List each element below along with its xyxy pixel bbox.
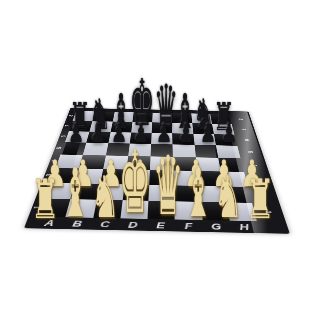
white-queen-e1: ♛: [153, 144, 183, 226]
white-bishop-f1: ♝: [184, 159, 213, 226]
pieces-layer: ♜♞♝♚♛♝♞♜♟♟♟♟♟♟♟♟♟♟♟♟♟♟♟♟♜♝♞♚♛♝♞♜: [0, 0, 310, 310]
black-pawn-b7: ♟: [90, 121, 106, 146]
white-king-d1: ♚: [119, 140, 151, 226]
white-knight-c1: ♞: [91, 168, 120, 226]
giant-chess-product-photo: { "game": "chess", "scene": { "kind": "o…: [0, 0, 310, 310]
black-pawn-h7: ♟: [221, 121, 237, 146]
white-bishop-b1: ♝: [61, 159, 90, 226]
black-pawn-g7: ♟: [200, 121, 216, 146]
white-knight-g1: ♞: [214, 168, 243, 226]
black-pawn-a7: ♟: [68, 121, 84, 146]
white-rook-h1: ♜: [246, 172, 275, 226]
photo-stage: ABCDEFGH 87654321 87654321 ♜♞♝♚♛♝♞♜♟♟♟♟♟…: [0, 0, 310, 310]
white-rook-a1: ♜: [31, 172, 60, 226]
